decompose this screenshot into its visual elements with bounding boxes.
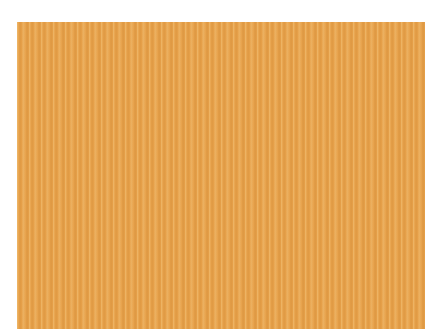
go-board-screenshot	[0, 0, 425, 329]
row-labels	[0, 22, 17, 329]
go-board[interactable]	[17, 22, 425, 329]
column-labels	[0, 0, 425, 22]
